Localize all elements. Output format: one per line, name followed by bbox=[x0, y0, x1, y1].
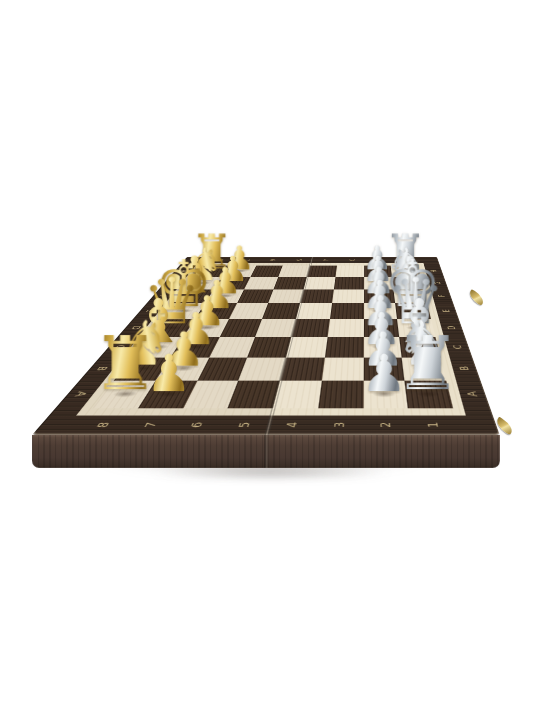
piece-contact-shadow bbox=[396, 281, 419, 285]
square-h4 bbox=[307, 266, 337, 277]
square-e4 bbox=[296, 303, 332, 319]
piece-contact-shadow bbox=[124, 364, 161, 372]
piece-contact-shadow bbox=[368, 343, 397, 350]
square-c3 bbox=[325, 337, 364, 357]
piece-contact-shadow bbox=[105, 389, 145, 399]
coordinate-label: C bbox=[113, 345, 127, 349]
square-d5 bbox=[255, 319, 296, 337]
coordinate-label: 7 bbox=[242, 259, 250, 261]
square-g3 bbox=[334, 277, 364, 290]
coordinate-label: F bbox=[157, 295, 168, 297]
square-e3 bbox=[330, 303, 364, 319]
square-a7 bbox=[138, 381, 197, 409]
coordinate-label: F bbox=[437, 295, 447, 297]
square-c1 bbox=[399, 337, 440, 357]
square-d8 bbox=[147, 319, 194, 337]
square-a5 bbox=[228, 381, 280, 409]
square-d3 bbox=[327, 319, 363, 337]
board-front-edge bbox=[32, 435, 500, 468]
square-c2 bbox=[363, 337, 402, 357]
coordinate-label: 1 bbox=[426, 422, 441, 428]
piece-contact-shadow bbox=[411, 389, 446, 399]
square-c4 bbox=[286, 337, 327, 357]
square-a3 bbox=[318, 381, 363, 409]
square-b7 bbox=[155, 357, 209, 381]
coordinate-label: 3 bbox=[347, 259, 354, 261]
square-f4 bbox=[300, 289, 334, 303]
square-d2 bbox=[363, 319, 399, 337]
piece-contact-shadow bbox=[149, 389, 188, 399]
coordinate-label: C bbox=[452, 345, 464, 349]
coordinate-label: E bbox=[441, 310, 452, 313]
piece-contact-shadow bbox=[368, 364, 399, 372]
square-f3 bbox=[332, 289, 364, 303]
square-b2 bbox=[363, 357, 405, 381]
piece-contact-shadow bbox=[394, 269, 416, 273]
coordinate-label: B bbox=[458, 366, 471, 370]
coordinate-label: 8 bbox=[215, 259, 223, 261]
piece-contact-shadow bbox=[367, 281, 390, 285]
square-c7 bbox=[170, 337, 219, 357]
piece-contact-shadow bbox=[165, 364, 201, 372]
piece-contact-shadow bbox=[404, 343, 434, 350]
square-c5 bbox=[247, 337, 291, 357]
coordinate-label: 5 bbox=[237, 422, 253, 428]
square-a2 bbox=[363, 381, 408, 409]
coordinate-label: B bbox=[94, 366, 109, 370]
piece-contact-shadow bbox=[367, 269, 389, 273]
square-d6 bbox=[219, 319, 262, 337]
coordinate-label: 7 bbox=[142, 422, 159, 428]
piece-contact-shadow bbox=[191, 324, 221, 330]
coordinate-label: 2 bbox=[379, 422, 393, 428]
square-a1 bbox=[405, 381, 453, 409]
square-b5 bbox=[238, 357, 286, 381]
coordinate-label: 3 bbox=[332, 422, 346, 428]
coordinate-label: A bbox=[466, 392, 480, 397]
coordinate-label: D bbox=[129, 326, 142, 330]
square-d4 bbox=[291, 319, 329, 337]
square-b4 bbox=[280, 357, 325, 381]
coordinate-label: H bbox=[429, 270, 438, 272]
square-b6 bbox=[197, 357, 248, 381]
coordinate-label: 6 bbox=[189, 422, 205, 428]
product-photo-chess-set: HH88GG77FF66EE55DD44CC33BB22AA11 ♜♞♝♛♚♝♞… bbox=[0, 0, 540, 720]
coordinate-label: 6 bbox=[268, 259, 276, 261]
coordinate-label: 8 bbox=[94, 422, 112, 428]
piece-contact-shadow bbox=[368, 389, 402, 399]
piece-contact-shadow bbox=[141, 343, 175, 350]
chessboard: HH88GG77FF66EE55DD44CC33BB22AA11 ♜♞♝♛♚♝♞… bbox=[32, 257, 500, 435]
square-d1 bbox=[397, 319, 435, 337]
coordinate-label: 4 bbox=[285, 422, 300, 428]
square-b8 bbox=[114, 357, 171, 381]
board-frame: HH88GG77FF66EE55DD44CC33BB22AA11 bbox=[32, 257, 500, 435]
square-a4 bbox=[273, 381, 322, 409]
square-h3 bbox=[335, 266, 363, 277]
coordinate-label: 4 bbox=[321, 259, 328, 261]
piece-contact-shadow bbox=[179, 343, 212, 350]
square-d7 bbox=[183, 319, 228, 337]
square-a6 bbox=[183, 381, 239, 409]
square-c6 bbox=[209, 337, 255, 357]
coordinate-label: A bbox=[72, 392, 89, 397]
piece-contact-shadow bbox=[402, 324, 430, 330]
coordinate-label: D bbox=[446, 326, 457, 330]
square-c8 bbox=[132, 337, 184, 357]
square-g4 bbox=[304, 277, 336, 290]
piece-contact-shadow bbox=[367, 324, 394, 330]
coordinate-label: G bbox=[433, 282, 442, 285]
square-a8 bbox=[93, 381, 156, 409]
scene: HH88GG77FF66EE55DD44CC33BB22AA11 ♜♞♝♛♚♝♞… bbox=[0, 0, 540, 720]
square-b1 bbox=[402, 357, 446, 381]
piece-contact-shadow bbox=[156, 324, 187, 330]
coordinate-label: 5 bbox=[294, 259, 301, 261]
square-b3 bbox=[322, 357, 364, 381]
coordinate-label: 2 bbox=[373, 259, 380, 261]
coordinate-label: 1 bbox=[400, 259, 407, 261]
piece-contact-shadow bbox=[407, 364, 439, 372]
